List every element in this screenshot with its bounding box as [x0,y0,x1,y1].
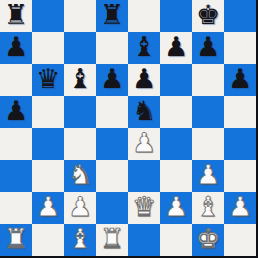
square-b4[interactable] [32,128,64,160]
square-d2[interactable] [96,192,128,224]
square-a4[interactable] [0,128,32,160]
square-c5[interactable] [64,96,96,128]
square-b6[interactable]: ♛ [32,64,64,96]
white-pawn-piece: ♟ [196,160,220,191]
white-queen-piece: ♛ [132,192,156,223]
square-h6[interactable]: ♟ [224,64,256,96]
black-bishop-piece: ♝ [68,64,92,95]
square-g4[interactable] [192,128,224,160]
square-b7[interactable] [32,32,64,64]
square-a6[interactable] [0,64,32,96]
white-pawn-piece: ♟ [68,192,92,223]
square-c8[interactable] [64,0,96,32]
square-b5[interactable] [32,96,64,128]
square-c4[interactable] [64,128,96,160]
square-g1[interactable]: ♚ [192,224,224,256]
square-d6[interactable]: ♟ [96,64,128,96]
square-g6[interactable] [192,64,224,96]
square-a3[interactable] [0,160,32,192]
square-h5[interactable] [224,96,256,128]
square-a7[interactable]: ♟ [0,32,32,64]
square-f1[interactable] [160,224,192,256]
square-g2[interactable]: ♝ [192,192,224,224]
square-c3[interactable]: ♞ [64,160,96,192]
square-g5[interactable] [192,96,224,128]
white-bishop-piece: ♝ [68,224,92,255]
square-a1[interactable]: ♜ [0,224,32,256]
square-d1[interactable]: ♜ [96,224,128,256]
white-rook-piece: ♜ [100,224,124,255]
black-rook-piece: ♜ [100,0,124,31]
square-b2[interactable]: ♟ [32,192,64,224]
black-king-piece: ♚ [196,0,220,31]
black-queen-piece: ♛ [36,64,60,95]
black-pawn-piece: ♟ [196,32,220,63]
square-g7[interactable]: ♟ [192,32,224,64]
square-g3[interactable]: ♟ [192,160,224,192]
square-e1[interactable] [128,224,160,256]
white-knight-piece: ♞ [68,160,92,191]
square-c1[interactable]: ♝ [64,224,96,256]
white-pawn-piece: ♟ [164,192,188,223]
chess-board: ♜♜♚♟♝♟♟♛♝♟♟♟♟♞♟♞♟♟♟♛♟♝♟♜♝♜♚ [0,0,256,256]
square-h7[interactable] [224,32,256,64]
square-e8[interactable] [128,0,160,32]
square-e7[interactable]: ♝ [128,32,160,64]
chess-board-frame: ♜♜♚♟♝♟♟♛♝♟♟♟♟♞♟♞♟♟♟♛♟♝♟♜♝♜♚ [0,0,258,258]
square-f2[interactable]: ♟ [160,192,192,224]
square-d5[interactable] [96,96,128,128]
square-a8[interactable]: ♜ [0,0,32,32]
square-h1[interactable] [224,224,256,256]
square-f6[interactable] [160,64,192,96]
white-bishop-piece: ♝ [196,192,220,223]
square-c2[interactable]: ♟ [64,192,96,224]
square-h4[interactable] [224,128,256,160]
square-f4[interactable] [160,128,192,160]
black-pawn-piece: ♟ [228,64,252,95]
square-e2[interactable]: ♛ [128,192,160,224]
square-e5[interactable]: ♞ [128,96,160,128]
square-a2[interactable] [0,192,32,224]
black-pawn-piece: ♟ [100,64,124,95]
square-f7[interactable]: ♟ [160,32,192,64]
black-pawn-piece: ♟ [132,64,156,95]
square-d3[interactable] [96,160,128,192]
square-f5[interactable] [160,96,192,128]
square-e4[interactable]: ♟ [128,128,160,160]
square-c6[interactable]: ♝ [64,64,96,96]
black-pawn-piece: ♟ [4,32,28,63]
square-d8[interactable]: ♜ [96,0,128,32]
square-e3[interactable] [128,160,160,192]
white-pawn-piece: ♟ [36,192,60,223]
white-pawn-piece: ♟ [228,192,252,223]
square-e6[interactable]: ♟ [128,64,160,96]
square-d4[interactable] [96,128,128,160]
white-rook-piece: ♜ [4,224,28,255]
square-b1[interactable] [32,224,64,256]
square-g8[interactable]: ♚ [192,0,224,32]
black-pawn-piece: ♟ [4,96,28,127]
square-f3[interactable] [160,160,192,192]
square-h8[interactable] [224,0,256,32]
square-a5[interactable]: ♟ [0,96,32,128]
square-c7[interactable] [64,32,96,64]
white-pawn-piece: ♟ [132,128,156,159]
black-bishop-piece: ♝ [132,32,156,63]
black-rook-piece: ♜ [4,0,28,31]
square-d7[interactable] [96,32,128,64]
square-h2[interactable]: ♟ [224,192,256,224]
black-pawn-piece: ♟ [164,32,188,63]
square-b8[interactable] [32,0,64,32]
square-b3[interactable] [32,160,64,192]
black-knight-piece: ♞ [132,96,156,127]
square-f8[interactable] [160,0,192,32]
square-h3[interactable] [224,160,256,192]
white-king-piece: ♚ [196,224,220,255]
